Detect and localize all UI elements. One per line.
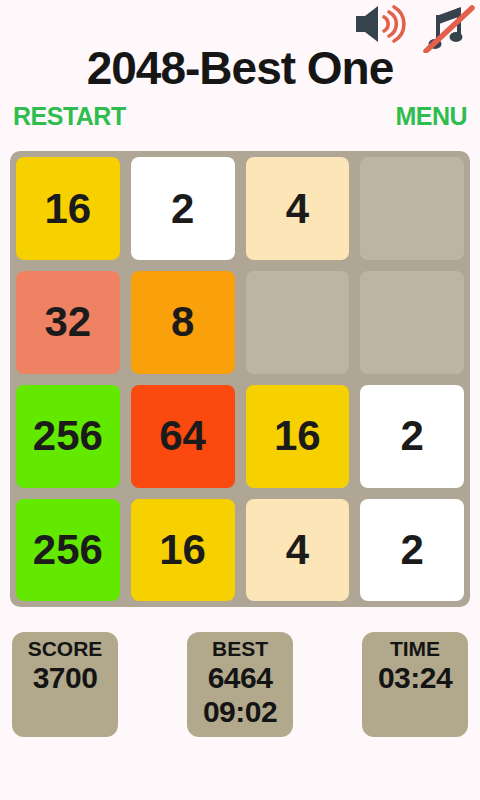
- top-icon-bar: [354, 3, 476, 57]
- restart-button[interactable]: RESTART: [13, 104, 126, 129]
- empty-cell: [360, 157, 464, 260]
- tile-8: 8: [131, 271, 235, 374]
- tile-256: 256: [16, 499, 120, 602]
- tile-64: 64: [131, 385, 235, 488]
- tile-2: 2: [131, 157, 235, 260]
- tile-2: 2: [360, 499, 464, 602]
- sound-on-icon[interactable]: [354, 3, 414, 49]
- score-box: SCORE 3700: [12, 632, 118, 737]
- empty-cell: [246, 271, 350, 374]
- tile-4: 4: [246, 157, 350, 260]
- nav-row: RESTART MENU: [0, 104, 480, 129]
- score-label: SCORE: [12, 637, 118, 661]
- tile-256: 256: [16, 385, 120, 488]
- tile-16: 16: [131, 499, 235, 602]
- tile-16: 16: [246, 385, 350, 488]
- best-box: BEST 6464 09:02: [187, 632, 293, 737]
- board-grid[interactable]: 1624328256641622561642: [10, 151, 470, 607]
- music-muted-icon[interactable]: [422, 3, 476, 57]
- time-box: TIME 03:24: [362, 632, 468, 737]
- best-time-value: 09:02: [187, 695, 293, 729]
- best-label: BEST: [187, 637, 293, 661]
- score-value: 3700: [12, 661, 118, 695]
- time-label: TIME: [362, 637, 468, 661]
- menu-button[interactable]: MENU: [395, 104, 467, 129]
- stats-row: SCORE 3700 BEST 6464 09:02 TIME 03:24: [0, 632, 480, 737]
- tile-32: 32: [16, 271, 120, 374]
- tile-16: 16: [16, 157, 120, 260]
- tile-2: 2: [360, 385, 464, 488]
- empty-cell: [360, 271, 464, 374]
- tile-4: 4: [246, 499, 350, 602]
- time-value: 03:24: [362, 661, 468, 695]
- best-score-value: 6464: [187, 661, 293, 695]
